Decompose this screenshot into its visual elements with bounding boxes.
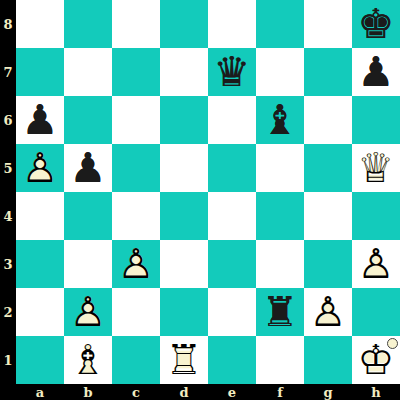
square-b1[interactable]: ♝♗ [64, 336, 112, 384]
piece-glyph-outline: ♖ [256, 288, 304, 336]
square-b2[interactable]: ♟♙ [64, 288, 112, 336]
square-a8[interactable] [16, 0, 64, 48]
square-h1[interactable]: ♚♔ [352, 336, 400, 384]
square-h3[interactable]: ♟♙ [352, 240, 400, 288]
piece-glyph-outline: ♙ [352, 240, 400, 288]
piece-glyph-outline: ♗ [64, 336, 112, 384]
square-d4[interactable] [160, 192, 208, 240]
square-f3[interactable] [256, 240, 304, 288]
square-b4[interactable] [64, 192, 112, 240]
square-h8[interactable]: ♚♔ [352, 0, 400, 48]
file-label-c: c [112, 384, 160, 400]
square-e7[interactable]: ♛♕ [208, 48, 256, 96]
square-h7[interactable]: ♟♙ [352, 48, 400, 96]
square-h4[interactable] [352, 192, 400, 240]
piece-black-king[interactable]: ♚♔ [352, 0, 400, 48]
rank-label-5: 5 [0, 144, 16, 192]
piece-glyph-outline: ♙ [352, 48, 400, 96]
chess-board-frame: 87654321 ♚♔♛♕♟♙♟♙♝♗♟♙♟♙♛♕♟♙♟♙♟♙♜♖♟♙♝♗♜♖♚… [0, 0, 400, 400]
chess-board: ♚♔♛♕♟♙♟♙♝♗♟♙♟♙♛♕♟♙♟♙♟♙♜♖♟♙♝♗♜♖♚♔ [16, 0, 400, 384]
square-f5[interactable] [256, 144, 304, 192]
square-g8[interactable] [304, 0, 352, 48]
square-a6[interactable]: ♟♙ [16, 96, 64, 144]
square-b8[interactable] [64, 0, 112, 48]
rank-label-2: 2 [0, 288, 16, 336]
square-e8[interactable] [208, 0, 256, 48]
piece-white-pawn[interactable]: ♟♙ [16, 144, 64, 192]
file-label-e: e [208, 384, 256, 400]
square-d5[interactable] [160, 144, 208, 192]
square-c7[interactable] [112, 48, 160, 96]
square-c3[interactable]: ♟♙ [112, 240, 160, 288]
square-e1[interactable] [208, 336, 256, 384]
piece-glyph-outline: ♙ [304, 288, 352, 336]
square-c5[interactable] [112, 144, 160, 192]
piece-white-pawn[interactable]: ♟♙ [64, 288, 112, 336]
piece-white-pawn[interactable]: ♟♙ [352, 240, 400, 288]
square-d8[interactable] [160, 0, 208, 48]
square-c4[interactable] [112, 192, 160, 240]
side-to-move-indicator [387, 338, 398, 349]
square-h6[interactable] [352, 96, 400, 144]
square-c6[interactable] [112, 96, 160, 144]
file-label-d: d [160, 384, 208, 400]
square-g5[interactable] [304, 144, 352, 192]
square-g4[interactable] [304, 192, 352, 240]
piece-black-rook[interactable]: ♜♖ [256, 288, 304, 336]
square-c2[interactable] [112, 288, 160, 336]
file-labels: abcdefgh [16, 384, 400, 400]
square-d1[interactable]: ♜♖ [160, 336, 208, 384]
piece-glyph-outline: ♙ [16, 144, 64, 192]
square-d7[interactable] [160, 48, 208, 96]
piece-black-pawn[interactable]: ♟♙ [64, 144, 112, 192]
rank-label-6: 6 [0, 96, 16, 144]
square-g3[interactable] [304, 240, 352, 288]
rank-label-4: 4 [0, 192, 16, 240]
piece-white-bishop[interactable]: ♝♗ [64, 336, 112, 384]
square-f1[interactable] [256, 336, 304, 384]
square-e4[interactable] [208, 192, 256, 240]
piece-glyph-outline: ♙ [64, 288, 112, 336]
piece-glyph-outline: ♙ [16, 96, 64, 144]
piece-white-queen[interactable]: ♛♕ [352, 144, 400, 192]
square-a4[interactable] [16, 192, 64, 240]
piece-black-pawn[interactable]: ♟♙ [352, 48, 400, 96]
square-d3[interactable] [160, 240, 208, 288]
square-d2[interactable] [160, 288, 208, 336]
piece-white-rook[interactable]: ♜♖ [160, 336, 208, 384]
square-f6[interactable]: ♝♗ [256, 96, 304, 144]
rank-label-1: 1 [0, 336, 16, 384]
piece-glyph-outline: ♔ [352, 0, 400, 48]
square-g7[interactable] [304, 48, 352, 96]
file-label-h: h [352, 384, 400, 400]
square-e5[interactable] [208, 144, 256, 192]
square-b5[interactable]: ♟♙ [64, 144, 112, 192]
square-a7[interactable] [16, 48, 64, 96]
square-b7[interactable] [64, 48, 112, 96]
square-a5[interactable]: ♟♙ [16, 144, 64, 192]
piece-glyph-outline: ♕ [208, 48, 256, 96]
file-label-a: a [16, 384, 64, 400]
piece-glyph-outline: ♙ [112, 240, 160, 288]
square-f7[interactable] [256, 48, 304, 96]
square-g1[interactable] [304, 336, 352, 384]
piece-black-queen[interactable]: ♛♕ [208, 48, 256, 96]
piece-white-pawn[interactable]: ♟♙ [112, 240, 160, 288]
square-f4[interactable] [256, 192, 304, 240]
square-h5[interactable]: ♛♕ [352, 144, 400, 192]
square-a2[interactable] [16, 288, 64, 336]
piece-glyph-outline: ♕ [352, 144, 400, 192]
piece-glyph-outline: ♖ [160, 336, 208, 384]
square-c1[interactable] [112, 336, 160, 384]
square-g6[interactable] [304, 96, 352, 144]
square-d6[interactable] [160, 96, 208, 144]
square-b3[interactable] [64, 240, 112, 288]
square-f8[interactable] [256, 0, 304, 48]
file-label-g: g [304, 384, 352, 400]
rank-labels: 87654321 [0, 0, 16, 384]
square-f2[interactable]: ♜♖ [256, 288, 304, 336]
file-label-b: b [64, 384, 112, 400]
square-h2[interactable] [352, 288, 400, 336]
rank-label-3: 3 [0, 240, 16, 288]
square-e6[interactable] [208, 96, 256, 144]
piece-black-bishop[interactable]: ♝♗ [256, 96, 304, 144]
square-c8[interactable] [112, 0, 160, 48]
square-e3[interactable] [208, 240, 256, 288]
piece-white-pawn[interactable]: ♟♙ [304, 288, 352, 336]
piece-glyph-outline: ♗ [256, 96, 304, 144]
square-g2[interactable]: ♟♙ [304, 288, 352, 336]
square-b6[interactable] [64, 96, 112, 144]
piece-black-pawn[interactable]: ♟♙ [16, 96, 64, 144]
piece-glyph-outline: ♙ [64, 144, 112, 192]
rank-label-8: 8 [0, 0, 16, 48]
square-e2[interactable] [208, 288, 256, 336]
file-label-f: f [256, 384, 304, 400]
square-a1[interactable] [16, 336, 64, 384]
square-a3[interactable] [16, 240, 64, 288]
rank-label-7: 7 [0, 48, 16, 96]
